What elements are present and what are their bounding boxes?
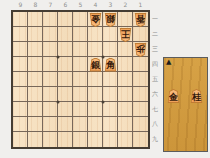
rank-label: 八 [152,117,158,132]
hoshi-dot [102,56,105,59]
shogi-piece-silver-gote[interactable]: 銀 [104,13,117,27]
rank-labels: 一二三四五六七八九 [152,12,158,147]
file-label: 7 [43,1,58,9]
rank-label: 七 [152,102,158,117]
piece-glyph: 歩 [134,43,147,57]
rank-label: 九 [152,132,158,147]
piece-layer: 金銀香王歩銀角 [13,12,148,147]
file-label: 3 [103,1,118,9]
rank-label: 五 [152,72,158,87]
rank-label: 一 [152,12,158,27]
piece-glyph: 銀 [89,58,102,72]
piece-glyph: 角 [104,58,117,72]
file-labels: 987654321 [13,1,148,9]
rank-label: 二 [152,27,158,42]
rank-label: 六 [152,87,158,102]
shogi-board: 金銀香王歩銀角 [11,10,150,149]
shogi-piece-pawn-gote[interactable]: 歩 [134,43,147,57]
shogi-piece-knight-sente[interactable]: 桂 [190,89,203,103]
shogi-piece-king-gote[interactable]: 王 [119,28,132,42]
hoshi-dot [102,101,105,104]
sente-komadai: ▲ 金桂 [163,57,208,152]
hoshi-dot [57,101,60,104]
sente-marker: ▲ [166,58,171,67]
piece-glyph: 金 [167,89,180,103]
rank-label: 四 [152,57,158,72]
shogi-piece-gold-sente[interactable]: 金 [167,89,180,103]
shogi-diagram: 987654321 金銀香王歩銀角 一二三四五六七八九 ▲ 金桂 [0,0,210,158]
shogi-piece-silver-sente[interactable]: 銀 [89,58,102,72]
file-label: 1 [133,1,148,9]
rank-label: 三 [152,42,158,57]
file-label: 6 [58,1,73,9]
hoshi-dot [57,56,60,59]
file-label: 5 [73,1,88,9]
file-label: 4 [88,1,103,9]
piece-glyph: 王 [119,28,132,42]
file-label: 2 [118,1,133,9]
piece-glyph: 香 [134,13,147,27]
shogi-piece-bishop-sente[interactable]: 角 [104,58,117,72]
piece-glyph: 銀 [104,13,117,27]
shogi-piece-lance-gote[interactable]: 香 [134,13,147,27]
shogi-piece-gold-gote[interactable]: 金 [89,13,102,27]
piece-glyph: 桂 [190,89,203,103]
file-label: 8 [28,1,43,9]
piece-glyph: 金 [89,13,102,27]
sente-hand: 金桂 [167,89,203,103]
file-label: 9 [13,1,28,9]
